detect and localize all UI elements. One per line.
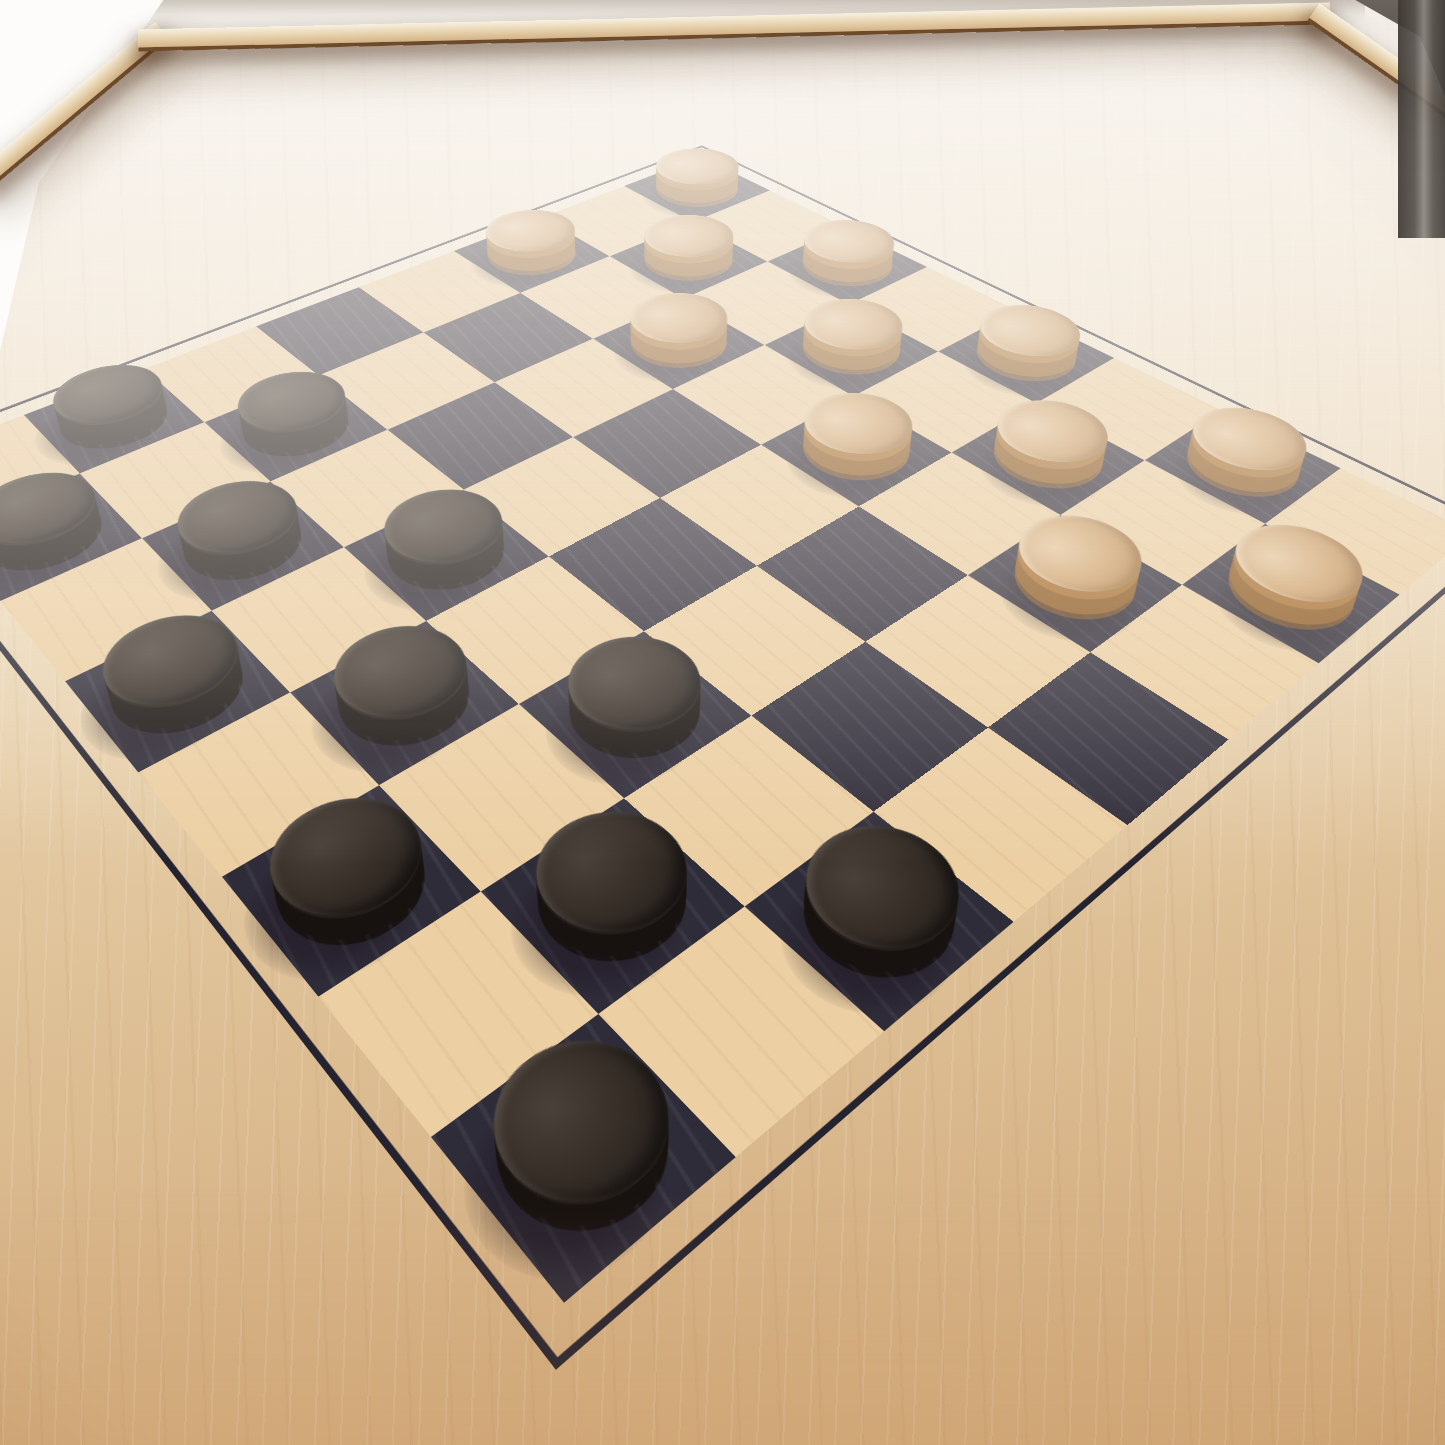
table-surface xyxy=(0,0,1445,1445)
curtain-strip xyxy=(1398,0,1445,238)
vignette xyxy=(0,0,1445,1445)
